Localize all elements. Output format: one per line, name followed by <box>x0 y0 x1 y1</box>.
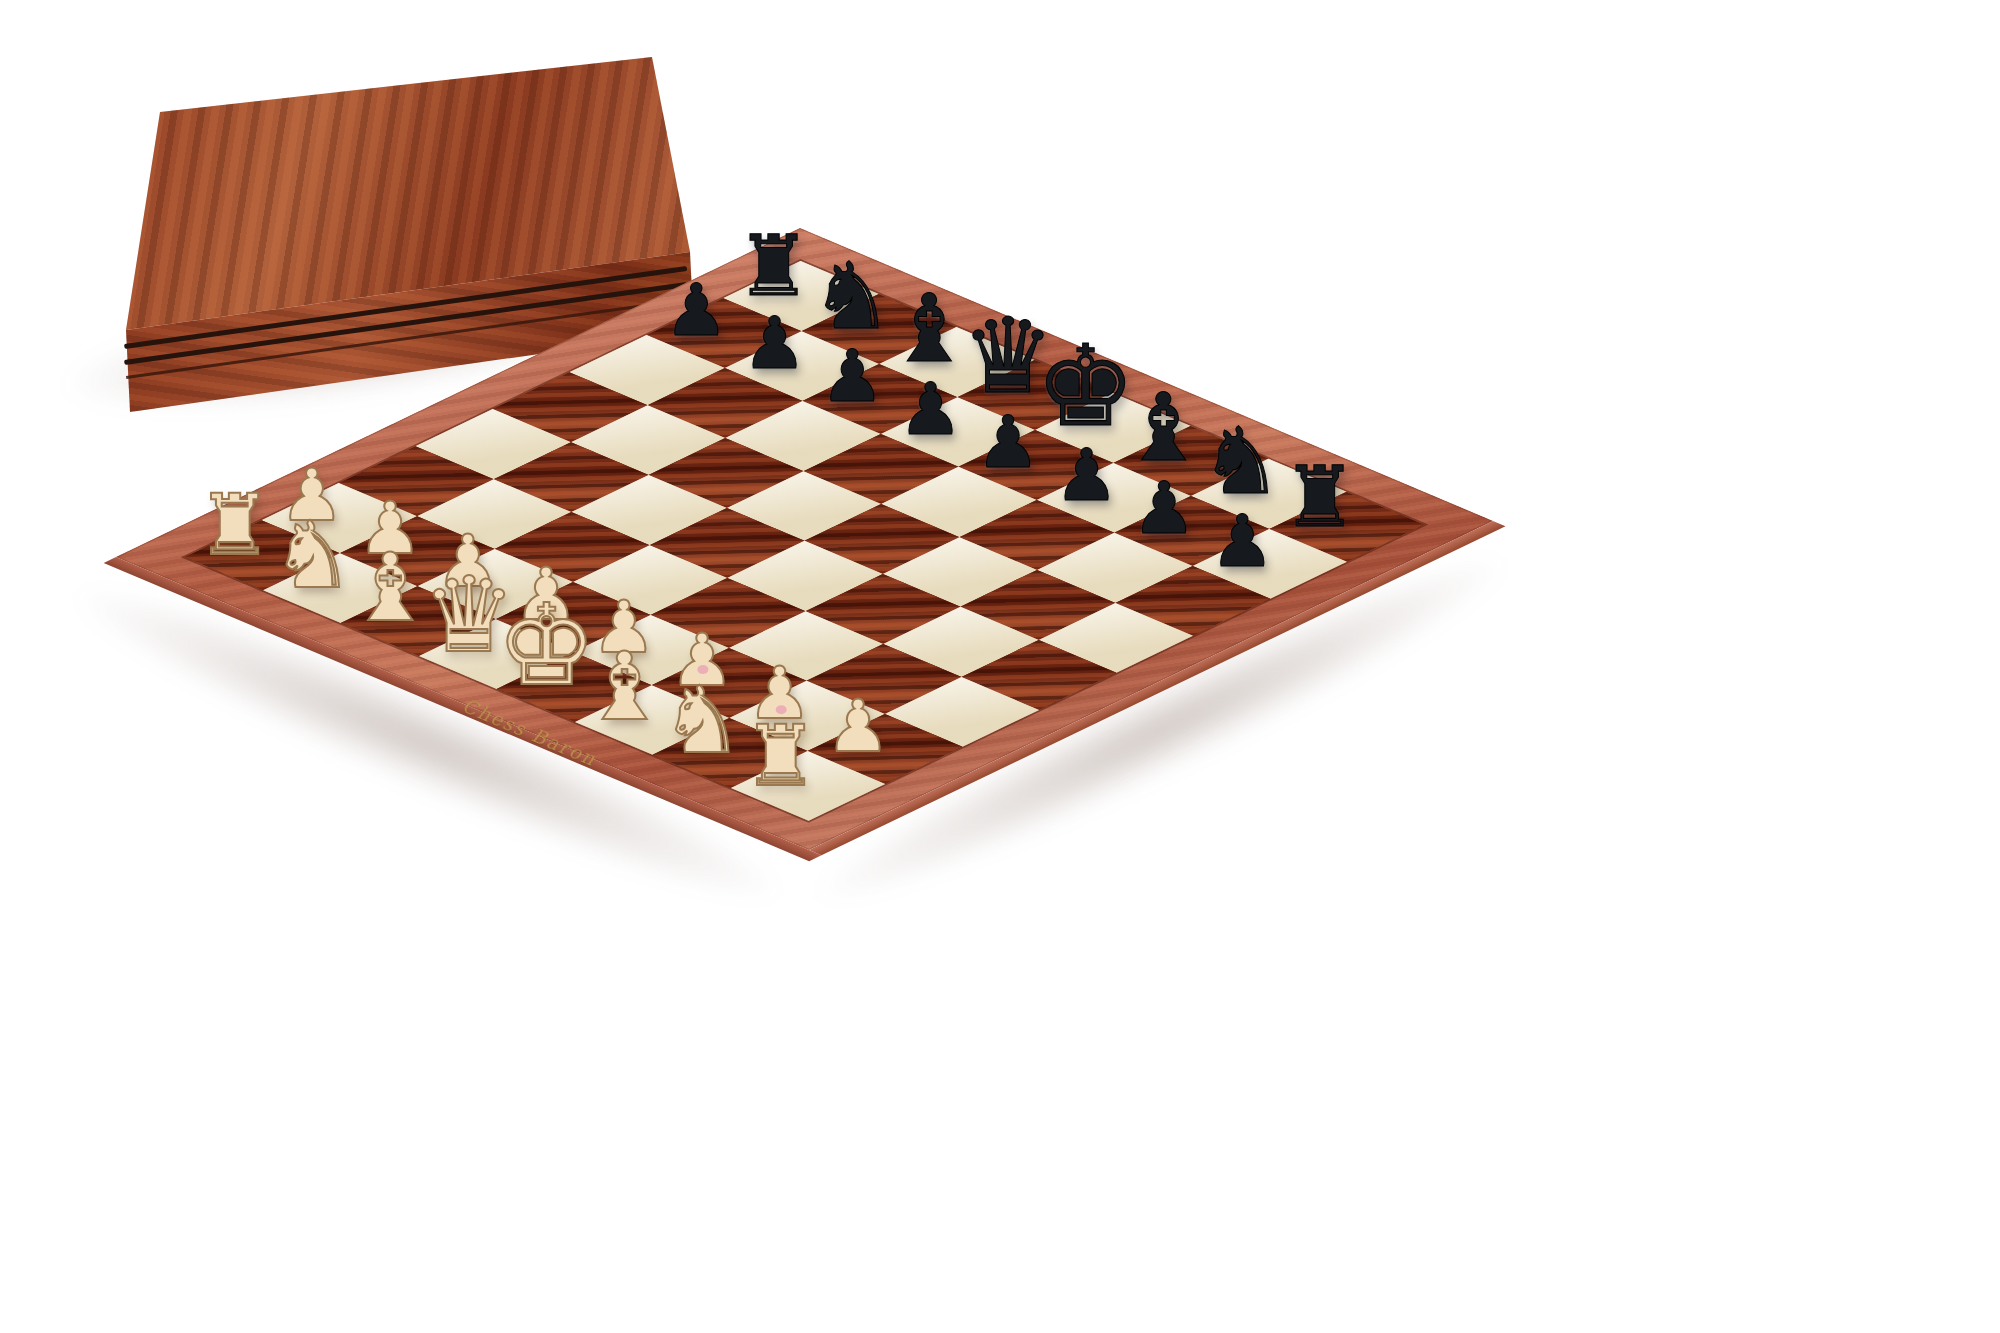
photo-stage: ♜♞♝♛♚♝♞♜♟♟♟♟♟♟♟♟♟♟♟♟♟♟♟♟♜♞♝♛♚♝♞♜ Chess B… <box>0 0 2000 1333</box>
maker-label-sticker <box>776 705 787 714</box>
piece-black-pawn-h7[interactable]: ♟ <box>1177 451 1307 575</box>
piece-white-rook-h1[interactable]: ♜ <box>716 673 846 797</box>
maker-label-sticker <box>698 665 709 674</box>
